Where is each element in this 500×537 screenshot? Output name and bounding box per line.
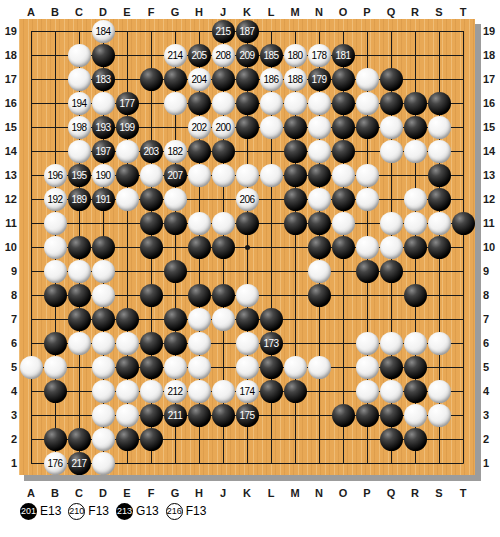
board-intersection[interactable] (379, 43, 403, 67)
board-intersection[interactable] (211, 451, 235, 475)
board-intersection[interactable] (187, 307, 211, 331)
board-intersection[interactable] (379, 427, 403, 451)
board-intersection[interactable]: 217 (67, 451, 91, 475)
board-intersection[interactable] (355, 259, 379, 283)
board-intersection[interactable] (139, 115, 163, 139)
board-intersection[interactable] (235, 67, 259, 91)
board-intersection[interactable] (115, 403, 139, 427)
board-intersection[interactable] (19, 187, 43, 211)
board-intersection[interactable] (211, 163, 235, 187)
board-intersection[interactable] (91, 259, 115, 283)
board-intersection[interactable] (163, 451, 187, 475)
board-intersection[interactable] (67, 235, 91, 259)
board-intersection[interactable] (43, 19, 67, 43)
board-intersection[interactable] (283, 283, 307, 307)
board-intersection[interactable] (163, 331, 187, 355)
board-intersection[interactable]: 194 (67, 91, 91, 115)
board-intersection[interactable] (67, 379, 91, 403)
board-intersection[interactable] (379, 163, 403, 187)
board-intersection[interactable]: 175 (235, 403, 259, 427)
board-intersection[interactable] (331, 331, 355, 355)
board-intersection[interactable] (187, 451, 211, 475)
board-intersection[interactable]: 181 (331, 43, 355, 67)
board-intersection[interactable] (451, 67, 475, 91)
board-intersection[interactable] (139, 427, 163, 451)
board-intersection[interactable] (403, 187, 427, 211)
board-intersection[interactable] (187, 331, 211, 355)
board-intersection[interactable] (139, 283, 163, 307)
board-intersection[interactable] (451, 331, 475, 355)
board-intersection[interactable] (379, 91, 403, 115)
board-intersection[interactable] (355, 115, 379, 139)
board-intersection[interactable] (187, 139, 211, 163)
board-intersection[interactable] (235, 115, 259, 139)
board-intersection[interactable] (259, 451, 283, 475)
board-intersection[interactable] (403, 91, 427, 115)
board-intersection[interactable] (43, 331, 67, 355)
board-intersection[interactable] (403, 355, 427, 379)
board-intersection[interactable] (43, 259, 67, 283)
board-intersection[interactable] (139, 403, 163, 427)
board-intersection[interactable] (187, 379, 211, 403)
board-intersection[interactable] (451, 379, 475, 403)
board-intersection[interactable] (259, 259, 283, 283)
board-intersection[interactable] (115, 67, 139, 91)
board-intersection[interactable] (403, 19, 427, 43)
board-intersection[interactable] (163, 19, 187, 43)
board-intersection[interactable] (379, 115, 403, 139)
board-intersection[interactable] (235, 139, 259, 163)
board-intersection[interactable] (427, 355, 451, 379)
board-intersection[interactable] (451, 283, 475, 307)
board-intersection[interactable] (235, 331, 259, 355)
board-intersection[interactable] (259, 91, 283, 115)
board-intersection[interactable]: 198 (67, 115, 91, 139)
board-intersection[interactable] (91, 331, 115, 355)
board-intersection[interactable] (211, 67, 235, 91)
board-intersection[interactable] (139, 163, 163, 187)
board-intersection[interactable] (451, 91, 475, 115)
board-intersection[interactable] (43, 43, 67, 67)
board-intersection[interactable] (19, 115, 43, 139)
board-intersection[interactable] (139, 187, 163, 211)
board-intersection[interactable] (427, 451, 451, 475)
board-intersection[interactable] (283, 235, 307, 259)
board-intersection[interactable] (163, 211, 187, 235)
board-intersection[interactable] (91, 403, 115, 427)
board-intersection[interactable] (67, 67, 91, 91)
board-intersection[interactable] (19, 283, 43, 307)
board-intersection[interactable] (427, 43, 451, 67)
board-intersection[interactable] (163, 235, 187, 259)
board-intersection[interactable] (307, 139, 331, 163)
board-intersection[interactable] (355, 355, 379, 379)
board-intersection[interactable] (115, 187, 139, 211)
board-intersection[interactable] (235, 307, 259, 331)
board-intersection[interactable] (451, 163, 475, 187)
board-intersection[interactable] (307, 115, 331, 139)
board-intersection[interactable] (139, 331, 163, 355)
board-intersection[interactable] (427, 91, 451, 115)
board-intersection[interactable]: 209 (235, 43, 259, 67)
board-intersection[interactable] (211, 259, 235, 283)
board-intersection[interactable] (235, 427, 259, 451)
board-intersection[interactable] (331, 163, 355, 187)
board-intersection[interactable] (115, 211, 139, 235)
board-intersection[interactable] (283, 259, 307, 283)
board-intersection[interactable] (115, 235, 139, 259)
board-intersection[interactable] (331, 259, 355, 283)
board-intersection[interactable] (331, 307, 355, 331)
board-intersection[interactable] (307, 235, 331, 259)
board-intersection[interactable] (139, 379, 163, 403)
board-intersection[interactable] (139, 67, 163, 91)
board-intersection[interactable] (355, 91, 379, 115)
board-intersection[interactable] (331, 427, 355, 451)
board-intersection[interactable] (331, 91, 355, 115)
board-intersection[interactable] (211, 379, 235, 403)
board-intersection[interactable] (355, 43, 379, 67)
board-intersection[interactable] (451, 403, 475, 427)
board-intersection[interactable] (283, 139, 307, 163)
board-intersection[interactable] (43, 379, 67, 403)
board-intersection[interactable] (379, 379, 403, 403)
board-intersection[interactable] (307, 211, 331, 235)
board-intersection[interactable] (403, 43, 427, 67)
board-intersection[interactable] (451, 259, 475, 283)
board-intersection[interactable] (43, 427, 67, 451)
board-intersection[interactable] (355, 163, 379, 187)
board-intersection[interactable] (403, 115, 427, 139)
board-intersection[interactable] (403, 67, 427, 91)
board-intersection[interactable] (355, 403, 379, 427)
board-intersection[interactable] (211, 187, 235, 211)
board-intersection[interactable] (451, 211, 475, 235)
board-intersection[interactable] (355, 67, 379, 91)
board-intersection[interactable]: 186 (259, 67, 283, 91)
board-intersection[interactable] (427, 163, 451, 187)
board-intersection[interactable] (283, 91, 307, 115)
board-intersection[interactable]: 203 (139, 139, 163, 163)
board-intersection[interactable] (163, 355, 187, 379)
board-intersection[interactable] (187, 403, 211, 427)
board-intersection[interactable]: 192 (43, 187, 67, 211)
board-intersection[interactable]: 197 (91, 139, 115, 163)
board-intersection[interactable] (43, 235, 67, 259)
board-intersection[interactable] (19, 43, 43, 67)
board-intersection[interactable] (43, 307, 67, 331)
board-intersection[interactable] (259, 187, 283, 211)
board-intersection[interactable] (211, 235, 235, 259)
board-intersection[interactable]: 180 (283, 43, 307, 67)
board-intersection[interactable] (355, 19, 379, 43)
board-intersection[interactable] (235, 355, 259, 379)
board-intersection[interactable] (451, 355, 475, 379)
board-intersection[interactable] (19, 211, 43, 235)
board-intersection[interactable] (211, 331, 235, 355)
board-intersection[interactable] (355, 187, 379, 211)
board-intersection[interactable]: 188 (283, 67, 307, 91)
board-intersection[interactable] (187, 355, 211, 379)
board-intersection[interactable] (259, 115, 283, 139)
board-intersection[interactable] (379, 235, 403, 259)
board-intersection[interactable] (19, 451, 43, 475)
board-intersection[interactable] (259, 355, 283, 379)
board-intersection[interactable] (379, 283, 403, 307)
board-intersection[interactable] (427, 331, 451, 355)
board-intersection[interactable] (451, 307, 475, 331)
board-intersection[interactable] (427, 403, 451, 427)
board-intersection[interactable]: 177 (115, 91, 139, 115)
board-intersection[interactable] (283, 115, 307, 139)
board-intersection[interactable] (355, 211, 379, 235)
board-intersection[interactable] (283, 451, 307, 475)
board-intersection[interactable] (91, 211, 115, 235)
board-intersection[interactable] (331, 19, 355, 43)
board-intersection[interactable] (67, 283, 91, 307)
board-intersection[interactable] (19, 19, 43, 43)
board-intersection[interactable] (355, 235, 379, 259)
board-intersection[interactable] (115, 307, 139, 331)
board-intersection[interactable] (283, 355, 307, 379)
board-intersection[interactable] (115, 163, 139, 187)
board-intersection[interactable]: 196 (43, 163, 67, 187)
board-intersection[interactable] (331, 403, 355, 427)
board-intersection[interactable] (451, 451, 475, 475)
board-intersection[interactable] (307, 307, 331, 331)
board-intersection[interactable] (427, 307, 451, 331)
board-intersection[interactable]: 214 (163, 43, 187, 67)
board-intersection[interactable] (139, 259, 163, 283)
board-intersection[interactable] (163, 283, 187, 307)
board-intersection[interactable] (187, 163, 211, 187)
board-intersection[interactable]: 173 (259, 331, 283, 355)
board-intersection[interactable] (43, 91, 67, 115)
board-intersection[interactable] (379, 331, 403, 355)
board-intersection[interactable] (283, 379, 307, 403)
board-intersection[interactable] (427, 427, 451, 451)
board-intersection[interactable] (307, 355, 331, 379)
board-intersection[interactable] (307, 259, 331, 283)
board-intersection[interactable]: 178 (307, 43, 331, 67)
board-intersection[interactable] (211, 355, 235, 379)
board-intersection[interactable]: 207 (163, 163, 187, 187)
board-intersection[interactable] (19, 379, 43, 403)
board-intersection[interactable] (379, 19, 403, 43)
board-intersection[interactable]: 195 (67, 163, 91, 187)
board-intersection[interactable] (43, 67, 67, 91)
board-intersection[interactable] (331, 187, 355, 211)
board-intersection[interactable] (259, 211, 283, 235)
board-intersection[interactable]: 193 (91, 115, 115, 139)
board-intersection[interactable] (331, 451, 355, 475)
board-intersection[interactable] (307, 283, 331, 307)
board-intersection[interactable] (163, 67, 187, 91)
board-intersection[interactable]: 202 (187, 115, 211, 139)
board-intersection[interactable] (187, 211, 211, 235)
board-intersection[interactable] (19, 139, 43, 163)
board-intersection[interactable] (139, 91, 163, 115)
board-intersection[interactable] (283, 403, 307, 427)
board-intersection[interactable] (211, 283, 235, 307)
board-intersection[interactable] (115, 139, 139, 163)
board-intersection[interactable]: 174 (235, 379, 259, 403)
board-intersection[interactable] (451, 115, 475, 139)
board-intersection[interactable] (451, 235, 475, 259)
board-intersection[interactable] (259, 19, 283, 43)
board-intersection[interactable]: 206 (235, 187, 259, 211)
board-intersection[interactable] (379, 211, 403, 235)
board-intersection[interactable] (19, 235, 43, 259)
board-intersection[interactable] (139, 43, 163, 67)
board-intersection[interactable] (355, 427, 379, 451)
board-intersection[interactable] (115, 283, 139, 307)
board-intersection[interactable]: 204 (187, 67, 211, 91)
board-intersection[interactable] (139, 211, 163, 235)
board-intersection[interactable] (427, 187, 451, 211)
board-intersection[interactable] (331, 211, 355, 235)
board-intersection[interactable] (115, 331, 139, 355)
board-intersection[interactable] (379, 139, 403, 163)
board-intersection[interactable] (67, 427, 91, 451)
board-intersection[interactable] (283, 331, 307, 355)
board-intersection[interactable] (43, 211, 67, 235)
board-intersection[interactable] (451, 187, 475, 211)
board-intersection[interactable] (403, 163, 427, 187)
board-intersection[interactable] (283, 19, 307, 43)
board-intersection[interactable] (19, 307, 43, 331)
board-intersection[interactable] (43, 115, 67, 139)
board-intersection[interactable] (43, 355, 67, 379)
board-intersection[interactable] (187, 19, 211, 43)
board-intersection[interactable] (235, 235, 259, 259)
board-intersection[interactable] (403, 427, 427, 451)
board-intersection[interactable] (307, 403, 331, 427)
board-intersection[interactable]: 211 (163, 403, 187, 427)
board-intersection[interactable]: 189 (67, 187, 91, 211)
board-intersection[interactable] (139, 19, 163, 43)
board-intersection[interactable] (91, 427, 115, 451)
board-intersection[interactable] (67, 43, 91, 67)
board-intersection[interactable] (91, 283, 115, 307)
board-intersection[interactable] (163, 115, 187, 139)
board-intersection[interactable] (91, 451, 115, 475)
board-intersection[interactable] (19, 259, 43, 283)
board-intersection[interactable] (355, 307, 379, 331)
board-intersection[interactable] (115, 427, 139, 451)
board-intersection[interactable] (235, 283, 259, 307)
board-intersection[interactable] (379, 451, 403, 475)
board-intersection[interactable] (403, 259, 427, 283)
board-intersection[interactable] (427, 67, 451, 91)
board-intersection[interactable] (19, 355, 43, 379)
board-intersection[interactable] (211, 139, 235, 163)
board-intersection[interactable]: 190 (91, 163, 115, 187)
board-intersection[interactable] (307, 451, 331, 475)
board-intersection[interactable] (403, 139, 427, 163)
board-intersection[interactable]: 183 (91, 67, 115, 91)
board-intersection[interactable] (451, 427, 475, 451)
board-intersection[interactable]: 191 (91, 187, 115, 211)
board-intersection[interactable]: 182 (163, 139, 187, 163)
board-intersection[interactable] (91, 355, 115, 379)
board-intersection[interactable] (19, 403, 43, 427)
board-intersection[interactable] (235, 91, 259, 115)
board-intersection[interactable]: 208 (211, 43, 235, 67)
board-intersection[interactable] (307, 187, 331, 211)
board-intersection[interactable] (67, 355, 91, 379)
board-intersection[interactable] (19, 427, 43, 451)
board-intersection[interactable] (187, 259, 211, 283)
board-intersection[interactable] (331, 379, 355, 403)
board-intersection[interactable]: 187 (235, 19, 259, 43)
board-intersection[interactable] (283, 163, 307, 187)
board-intersection[interactable] (307, 163, 331, 187)
board-intersection[interactable] (427, 211, 451, 235)
board-intersection[interactable] (355, 451, 379, 475)
board-intersection[interactable] (427, 379, 451, 403)
board-intersection[interactable] (115, 355, 139, 379)
board-intersection[interactable] (331, 355, 355, 379)
board-intersection[interactable] (331, 139, 355, 163)
board-intersection[interactable] (403, 307, 427, 331)
board-intersection[interactable] (283, 307, 307, 331)
board-intersection[interactable] (91, 91, 115, 115)
board-intersection[interactable] (187, 235, 211, 259)
board-intersection[interactable] (403, 379, 427, 403)
board-intersection[interactable] (355, 331, 379, 355)
board-intersection[interactable] (67, 19, 91, 43)
board-intersection[interactable] (355, 283, 379, 307)
board-intersection[interactable] (403, 331, 427, 355)
board-intersection[interactable] (211, 91, 235, 115)
board-intersection[interactable] (115, 451, 139, 475)
board-intersection[interactable] (163, 259, 187, 283)
board-intersection[interactable] (67, 403, 91, 427)
board-intersection[interactable] (235, 163, 259, 187)
board-intersection[interactable] (259, 283, 283, 307)
board-intersection[interactable] (427, 235, 451, 259)
board-intersection[interactable] (139, 355, 163, 379)
board-intersection[interactable] (379, 403, 403, 427)
board-intersection[interactable] (19, 91, 43, 115)
board-intersection[interactable] (283, 427, 307, 451)
board-intersection[interactable] (307, 427, 331, 451)
board-intersection[interactable] (19, 67, 43, 91)
board-intersection[interactable] (355, 139, 379, 163)
board-intersection[interactable] (403, 451, 427, 475)
board-intersection[interactable] (235, 451, 259, 475)
board-intersection[interactable] (115, 43, 139, 67)
board-intersection[interactable] (43, 403, 67, 427)
board-intersection[interactable]: 205 (187, 43, 211, 67)
board-intersection[interactable] (259, 379, 283, 403)
board-intersection[interactable] (403, 235, 427, 259)
board-intersection[interactable] (187, 91, 211, 115)
board-intersection[interactable] (355, 379, 379, 403)
board-intersection[interactable]: 184 (91, 19, 115, 43)
board-intersection[interactable] (211, 427, 235, 451)
board-intersection[interactable] (403, 283, 427, 307)
board-intersection[interactable]: 199 (115, 115, 139, 139)
board-intersection[interactable] (139, 307, 163, 331)
board-intersection[interactable] (187, 187, 211, 211)
board-intersection[interactable] (259, 163, 283, 187)
board-intersection[interactable] (67, 139, 91, 163)
board-intersection[interactable] (43, 139, 67, 163)
board-intersection[interactable] (115, 379, 139, 403)
board-intersection[interactable] (19, 331, 43, 355)
